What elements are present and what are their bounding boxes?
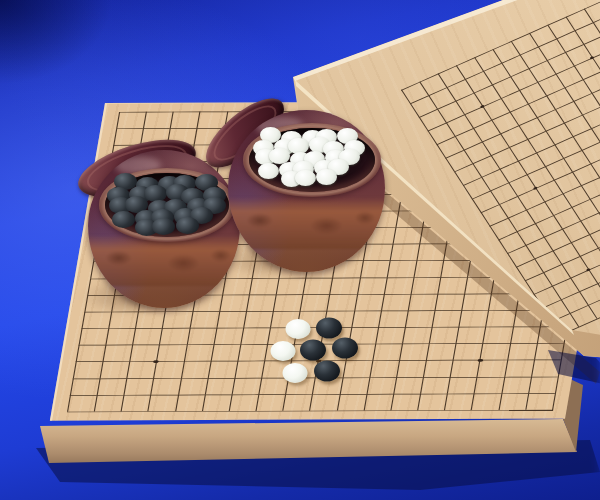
grid-cell xyxy=(283,394,313,411)
grid-cell xyxy=(132,328,162,345)
grid-cell xyxy=(378,310,408,327)
grid-cell xyxy=(363,394,393,411)
grid-cell xyxy=(273,294,303,311)
grid-cell xyxy=(330,277,360,294)
white-bowl-rim xyxy=(243,123,381,197)
grid-cell xyxy=(369,360,399,377)
grid-cell xyxy=(438,277,468,294)
grid-cell xyxy=(339,377,369,394)
grid-cell xyxy=(399,344,429,361)
grid-cell xyxy=(175,394,205,411)
grid-cell xyxy=(130,345,160,362)
grid-cell xyxy=(213,328,243,345)
grid-cell xyxy=(232,378,262,395)
grid-cell xyxy=(501,377,531,394)
grid-cell xyxy=(154,361,184,378)
grid-cell xyxy=(411,277,441,294)
grid-cell xyxy=(486,310,516,327)
grid-cell xyxy=(393,377,423,394)
grid-cell xyxy=(183,345,213,362)
grid-cell xyxy=(243,311,273,328)
grid-cell xyxy=(100,361,130,378)
black-bowl-opening xyxy=(105,173,229,237)
grid-cell xyxy=(73,362,103,379)
grid-cell xyxy=(429,327,459,344)
grid-cell xyxy=(504,360,534,377)
grid-cell xyxy=(151,378,181,395)
grid-cell xyxy=(447,377,477,394)
grid-cell xyxy=(396,360,426,377)
grid-cell xyxy=(372,344,402,361)
go-set-photo xyxy=(0,0,600,500)
grid-cell xyxy=(210,344,240,361)
grid-cell xyxy=(507,343,537,360)
grid-cell xyxy=(342,361,372,378)
grid-cell xyxy=(229,394,259,411)
black-stone xyxy=(332,338,358,359)
grid-cell xyxy=(389,244,419,261)
grid-cell xyxy=(116,112,146,129)
white-stone-bowl xyxy=(212,90,392,275)
grid-cell xyxy=(202,394,232,411)
grid-cell xyxy=(498,393,528,410)
grid-cell xyxy=(208,361,238,378)
grid-cell xyxy=(94,395,124,412)
grid-cell xyxy=(300,294,330,311)
grid-cell xyxy=(417,394,447,411)
grid-cell xyxy=(402,327,432,344)
grid-cell xyxy=(234,361,264,378)
grid-cell xyxy=(413,260,443,277)
grid-cell xyxy=(384,277,414,294)
grid-cell xyxy=(97,378,127,395)
black-stone xyxy=(314,361,340,382)
grid-cell xyxy=(121,395,151,412)
grid-cell xyxy=(456,327,486,344)
grid-cell xyxy=(354,294,384,311)
grid-cell xyxy=(375,327,405,344)
grid-cell xyxy=(408,294,438,311)
black-bowl-stone xyxy=(112,211,135,228)
grid-cell xyxy=(420,377,450,394)
grid-cell xyxy=(327,294,357,311)
grid-cell xyxy=(390,394,420,411)
white-bowl-stone xyxy=(295,170,316,186)
grid-cell xyxy=(205,378,235,395)
grid-cell xyxy=(79,328,109,345)
grid-cell xyxy=(357,277,387,294)
grid-cell xyxy=(423,360,453,377)
grid-cell xyxy=(480,343,510,360)
grid-cell xyxy=(405,310,435,327)
white-stones-heap xyxy=(249,128,375,192)
white-stone xyxy=(283,363,308,383)
grid-cell xyxy=(528,376,558,393)
grid-cell xyxy=(127,361,157,378)
grid-cell xyxy=(471,393,501,410)
grid-cell xyxy=(67,395,97,412)
grid-cell xyxy=(186,328,216,345)
grid-cell xyxy=(157,345,187,362)
grid-cell xyxy=(259,377,289,394)
grid-cell xyxy=(70,378,100,395)
grid-cell xyxy=(462,293,492,310)
black-stones-heap xyxy=(105,173,229,237)
grid-cell xyxy=(159,328,189,345)
grid-cell xyxy=(477,360,507,377)
grid-cell xyxy=(450,360,480,377)
black-bowl-stone xyxy=(152,218,175,235)
grid-cell xyxy=(435,294,465,311)
unglazed-band xyxy=(228,197,385,249)
white-bowl-opening xyxy=(249,128,375,192)
grid-cell xyxy=(181,361,211,378)
grid-cell xyxy=(246,294,276,311)
grid-cell xyxy=(483,327,513,344)
grid-cell xyxy=(351,311,381,328)
grid-cell xyxy=(381,294,411,311)
grid-cell xyxy=(426,344,456,361)
grid-cell xyxy=(237,344,267,361)
grid-cell xyxy=(178,378,208,395)
grid-cell xyxy=(103,345,133,362)
grid-cell xyxy=(453,343,483,360)
black-bowl-stone xyxy=(176,217,199,234)
grid-cell xyxy=(106,328,136,345)
grid-cell xyxy=(124,378,154,395)
grid-cell xyxy=(432,310,462,327)
grid-cell xyxy=(525,393,555,410)
grid-cell xyxy=(143,112,173,129)
grid-cell xyxy=(256,394,286,411)
white-stone xyxy=(286,319,311,339)
grid-cell xyxy=(148,395,178,412)
grid-cell xyxy=(366,377,396,394)
grid-cell xyxy=(474,377,504,394)
black-stone xyxy=(300,340,326,361)
grid-cell xyxy=(336,394,366,411)
white-bowl-stone xyxy=(258,163,279,179)
white-stone xyxy=(271,341,296,361)
grid-cell xyxy=(76,345,106,362)
grid-cell xyxy=(444,393,474,410)
grid-cell xyxy=(459,310,489,327)
grid-cell xyxy=(240,328,270,345)
white-bowl-stone xyxy=(316,169,337,185)
grid-cell xyxy=(170,112,200,129)
black-stone xyxy=(316,318,342,339)
grid-cell xyxy=(310,394,340,411)
